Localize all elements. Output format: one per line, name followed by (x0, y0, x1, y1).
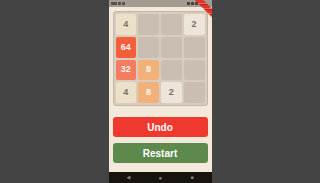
tile-32: 32 (116, 60, 137, 81)
empty-cell (184, 82, 205, 103)
tile-8: 8 (138, 82, 159, 103)
empty-cell (138, 37, 159, 58)
empty-cell (138, 14, 159, 35)
clock-icon (111, 2, 117, 5)
tile-4: 4 (116, 14, 137, 35)
wifi-icon (187, 2, 190, 5)
status-right-icons (187, 2, 198, 5)
tile-8: 8 (138, 60, 159, 81)
undo-button[interactable]: Undo (113, 117, 208, 137)
status-left-icons (111, 2, 125, 5)
home-icon[interactable]: ● (159, 175, 163, 181)
game-board[interactable]: 4264328482 (113, 11, 208, 106)
signal-icon (191, 2, 194, 5)
empty-cell (161, 14, 182, 35)
empty-cell (161, 60, 182, 81)
restart-button[interactable]: Restart (113, 143, 208, 163)
recents-icon[interactable]: ■ (190, 175, 193, 180)
navigation-bar: ◀ ● ■ (109, 172, 212, 183)
tile-64: 64 (116, 37, 137, 58)
empty-cell (161, 37, 182, 58)
phone-screen: 4264328482 Undo Restart ◀ ● ■ (109, 0, 212, 183)
notification-icon (122, 2, 125, 5)
back-icon[interactable]: ◀ (127, 175, 131, 180)
tile-2: 2 (161, 82, 182, 103)
notification-icon (118, 2, 121, 5)
empty-cell (184, 60, 205, 81)
tile-2: 2 (184, 14, 205, 35)
tile-4: 4 (116, 82, 137, 103)
empty-cell (184, 37, 205, 58)
